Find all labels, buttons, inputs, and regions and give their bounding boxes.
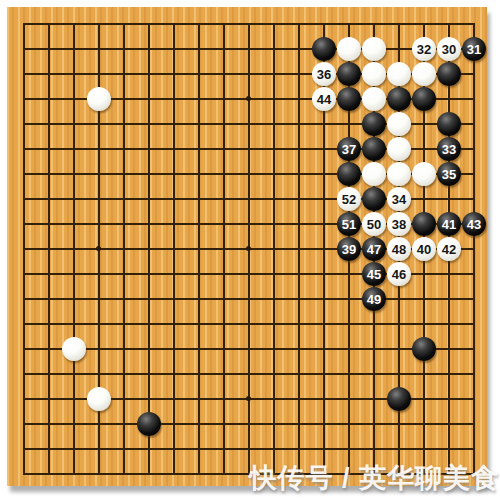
white-stone-move-46[interactable]: 46 [387, 262, 411, 286]
white-stone[interactable] [87, 87, 111, 111]
white-stone-move-38[interactable]: 38 [387, 212, 411, 236]
black-stone[interactable] [137, 412, 161, 436]
black-stone-move-47[interactable]: 47 [362, 237, 386, 261]
black-stone[interactable] [337, 62, 361, 86]
black-stone[interactable] [337, 87, 361, 111]
white-stone-move-36[interactable]: 36 [312, 62, 336, 86]
go-board[interactable]: 3230313644373335523451503841433947484042… [7, 7, 487, 486]
white-stone-move-48[interactable]: 48 [387, 237, 411, 261]
black-stone[interactable] [387, 387, 411, 411]
black-stone-move-43[interactable]: 43 [462, 212, 486, 236]
white-stone-move-40[interactable]: 40 [412, 237, 436, 261]
white-stone-move-34[interactable]: 34 [387, 187, 411, 211]
white-stone[interactable] [412, 62, 436, 86]
white-stone[interactable] [387, 162, 411, 186]
white-stone[interactable] [62, 337, 86, 361]
black-stone-move-37[interactable]: 37 [337, 137, 361, 161]
black-stone[interactable] [362, 187, 386, 211]
white-stone-move-30[interactable]: 30 [437, 37, 461, 61]
black-stone[interactable] [337, 162, 361, 186]
white-stone[interactable] [87, 387, 111, 411]
black-stone[interactable] [437, 112, 461, 136]
black-stone-move-41[interactable]: 41 [437, 212, 461, 236]
white-stone-move-32[interactable]: 32 [412, 37, 436, 61]
black-stone-move-35[interactable]: 35 [437, 162, 461, 186]
white-stone[interactable] [362, 87, 386, 111]
black-stone[interactable] [362, 112, 386, 136]
black-stone-move-33[interactable]: 33 [437, 137, 461, 161]
black-stone-move-51[interactable]: 51 [337, 212, 361, 236]
white-stone[interactable] [362, 62, 386, 86]
white-stone-move-44[interactable]: 44 [312, 87, 336, 111]
black-stone[interactable] [312, 37, 336, 61]
watermark-text: 快传号 / 英华聊美食 [249, 460, 499, 496]
black-stone[interactable] [412, 212, 436, 236]
black-stone-move-39[interactable]: 39 [337, 237, 361, 261]
black-stone[interactable] [412, 337, 436, 361]
white-stone[interactable] [362, 162, 386, 186]
white-stone-move-52[interactable]: 52 [337, 187, 361, 211]
black-stone[interactable] [437, 62, 461, 86]
black-stone-move-31[interactable]: 31 [462, 37, 486, 61]
white-stone[interactable] [387, 137, 411, 161]
black-stone[interactable] [362, 137, 386, 161]
screenshot-root: 3230313644373335523451503841433947484042… [0, 0, 500, 500]
black-stone[interactable] [412, 87, 436, 111]
white-stone-move-50[interactable]: 50 [362, 212, 386, 236]
white-stone[interactable] [387, 112, 411, 136]
white-stone[interactable] [337, 37, 361, 61]
black-stone-move-49[interactable]: 49 [362, 287, 386, 311]
black-stone-move-45[interactable]: 45 [362, 262, 386, 286]
black-stone[interactable] [387, 87, 411, 111]
white-stone[interactable] [387, 62, 411, 86]
white-stone-move-42[interactable]: 42 [437, 237, 461, 261]
white-stone[interactable] [362, 37, 386, 61]
white-stone[interactable] [412, 162, 436, 186]
